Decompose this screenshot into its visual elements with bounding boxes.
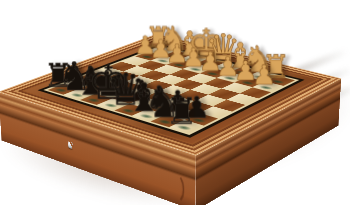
- product-photo-scene: ♜♞♝♚♛♝♞♜♟♟♟♟♟♟♟♟♟♟♟♟♟♟♟♟♜♞♝♚♛♝♞♜: [0, 0, 350, 205]
- chess-case: ♜♞♝♚♛♝♞♜♟♟♟♟♟♟♟♟♟♟♟♟♟♟♟♟♜♞♝♚♛♝♞♜: [0, 34, 341, 155]
- drawer-knob-icon: [67, 141, 73, 150]
- piece-black-rook: ♜: [157, 93, 206, 129]
- drawer-notch: [164, 167, 184, 205]
- piece-white-pawn: ♟: [242, 61, 286, 88]
- square-a8: ♜: [169, 120, 203, 133]
